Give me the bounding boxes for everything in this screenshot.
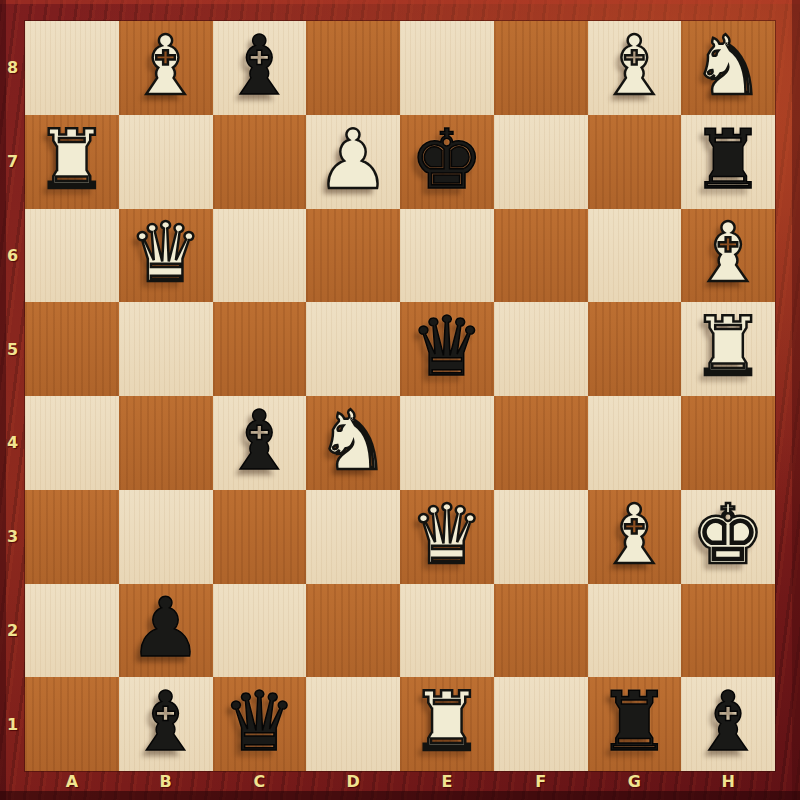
file-label-e: E <box>400 771 494 792</box>
square-e2[interactable] <box>400 584 494 678</box>
black-queen-c1[interactable]: ♛ <box>223 681 297 763</box>
square-e8[interactable] <box>400 21 494 115</box>
square-f5[interactable] <box>494 302 588 396</box>
square-g8[interactable]: ♝ <box>588 21 682 115</box>
square-a5[interactable] <box>25 302 119 396</box>
white-queen-b6[interactable]: ♛ <box>129 212 203 294</box>
white-knight-h8[interactable]: ♞ <box>691 25 765 107</box>
black-bishop-b1[interactable]: ♝ <box>129 681 203 763</box>
black-rook-h7[interactable]: ♜ <box>691 119 765 201</box>
white-bishop-g3[interactable]: ♝ <box>598 494 672 576</box>
white-rook-e1[interactable]: ♜ <box>410 681 484 763</box>
square-c1[interactable]: ♛ <box>213 677 307 771</box>
white-pawn-d7[interactable]: ♟ <box>316 119 390 201</box>
square-h3[interactable]: ♚ <box>681 490 775 584</box>
square-f8[interactable] <box>494 21 588 115</box>
square-f2[interactable] <box>494 584 588 678</box>
rank-label-5: 5 <box>0 302 25 396</box>
square-e5[interactable]: ♛ <box>400 302 494 396</box>
square-a3[interactable] <box>25 490 119 584</box>
white-knight-d4[interactable]: ♞ <box>316 400 390 482</box>
square-c3[interactable] <box>213 490 307 584</box>
square-e3[interactable]: ♛ <box>400 490 494 584</box>
square-a7[interactable]: ♜ <box>25 115 119 209</box>
square-c4[interactable]: ♝ <box>213 396 307 490</box>
square-h1[interactable]: ♝ <box>681 677 775 771</box>
square-c8[interactable]: ♝ <box>213 21 307 115</box>
square-h7[interactable]: ♜ <box>681 115 775 209</box>
square-g2[interactable] <box>588 584 682 678</box>
square-g7[interactable] <box>588 115 682 209</box>
rank-label-4: 4 <box>0 396 25 490</box>
rank-label-1: 1 <box>0 677 25 771</box>
square-b1[interactable]: ♝ <box>119 677 213 771</box>
square-b7[interactable] <box>119 115 213 209</box>
square-b6[interactable]: ♛ <box>119 209 213 303</box>
square-d3[interactable] <box>306 490 400 584</box>
square-d5[interactable] <box>306 302 400 396</box>
frame-edge-right <box>792 0 800 800</box>
file-label-c: C <box>213 771 307 792</box>
square-b3[interactable] <box>119 490 213 584</box>
square-d8[interactable] <box>306 21 400 115</box>
square-f4[interactable] <box>494 396 588 490</box>
square-g4[interactable] <box>588 396 682 490</box>
rank-label-3: 3 <box>0 490 25 584</box>
white-bishop-h6[interactable]: ♝ <box>691 212 765 294</box>
square-g5[interactable] <box>588 302 682 396</box>
square-c5[interactable] <box>213 302 307 396</box>
black-pawn-b2[interactable]: ♟ <box>129 587 203 669</box>
square-f1[interactable] <box>494 677 588 771</box>
rank-label-8: 8 <box>0 21 25 115</box>
rank-label-2: 2 <box>0 584 25 678</box>
white-bishop-g8[interactable]: ♝ <box>598 25 672 107</box>
file-label-f: F <box>494 771 588 792</box>
square-h8[interactable]: ♞ <box>681 21 775 115</box>
black-bishop-c4[interactable]: ♝ <box>223 400 297 482</box>
file-label-b: B <box>119 771 213 792</box>
square-g1[interactable]: ♜ <box>588 677 682 771</box>
square-e6[interactable] <box>400 209 494 303</box>
square-a6[interactable] <box>25 209 119 303</box>
rank-labels: 87654321 <box>0 21 25 771</box>
white-bishop-b8[interactable]: ♝ <box>129 25 203 107</box>
square-h6[interactable]: ♝ <box>681 209 775 303</box>
square-a4[interactable] <box>25 396 119 490</box>
chess-board-frame: 87654321 ♝♝♝♞♜♟♚♜♛♝♛♜♝♞♛♝♚♟♝♛♜♜♝ ABCDEFG… <box>0 0 800 800</box>
frame-edge-top <box>0 0 800 4</box>
square-f6[interactable] <box>494 209 588 303</box>
file-label-d: D <box>306 771 400 792</box>
black-bishop-h1[interactable]: ♝ <box>691 681 765 763</box>
square-e7[interactable]: ♚ <box>400 115 494 209</box>
square-b2[interactable]: ♟ <box>119 584 213 678</box>
square-c2[interactable] <box>213 584 307 678</box>
file-labels: ABCDEFGH <box>25 771 775 792</box>
square-h5[interactable]: ♜ <box>681 302 775 396</box>
square-d6[interactable] <box>306 209 400 303</box>
square-e4[interactable] <box>400 396 494 490</box>
square-g6[interactable] <box>588 209 682 303</box>
square-a2[interactable] <box>25 584 119 678</box>
square-f7[interactable] <box>494 115 588 209</box>
frame-edge-bottom <box>0 791 800 800</box>
square-a8[interactable] <box>25 21 119 115</box>
square-g3[interactable]: ♝ <box>588 490 682 584</box>
square-c7[interactable] <box>213 115 307 209</box>
square-c6[interactable] <box>213 209 307 303</box>
square-h2[interactable] <box>681 584 775 678</box>
square-f3[interactable] <box>494 490 588 584</box>
file-label-a: A <box>25 771 119 792</box>
black-queen-e5[interactable]: ♛ <box>410 306 484 388</box>
square-d7[interactable]: ♟ <box>306 115 400 209</box>
square-b8[interactable]: ♝ <box>119 21 213 115</box>
file-label-h: H <box>681 771 775 792</box>
square-a1[interactable] <box>25 677 119 771</box>
white-rook-a7[interactable]: ♜ <box>35 119 109 201</box>
chess-board[interactable]: ♝♝♝♞♜♟♚♜♛♝♛♜♝♞♛♝♚♟♝♛♜♜♝ <box>25 21 775 771</box>
white-queen-e3[interactable]: ♛ <box>410 494 484 576</box>
square-d4[interactable]: ♞ <box>306 396 400 490</box>
file-label-g: G <box>588 771 682 792</box>
square-e1[interactable]: ♜ <box>400 677 494 771</box>
white-rook-h5[interactable]: ♜ <box>691 306 765 388</box>
white-king-h3[interactable]: ♚ <box>691 494 765 576</box>
square-d1[interactable] <box>306 677 400 771</box>
square-b4[interactable] <box>119 396 213 490</box>
square-d2[interactable] <box>306 584 400 678</box>
black-bishop-c8[interactable]: ♝ <box>223 25 297 107</box>
square-h4[interactable] <box>681 396 775 490</box>
square-b5[interactable] <box>119 302 213 396</box>
black-rook-g1[interactable]: ♜ <box>598 681 672 763</box>
black-king-e7[interactable]: ♚ <box>410 119 484 201</box>
rank-label-7: 7 <box>0 115 25 209</box>
rank-label-6: 6 <box>0 209 25 303</box>
